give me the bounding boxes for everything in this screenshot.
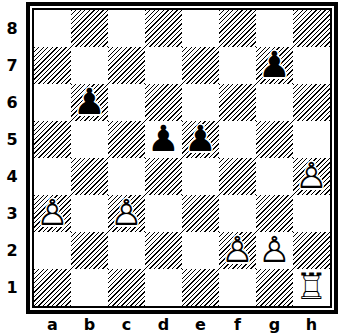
square-d7 [145,47,182,84]
square-b6: ♟ [71,84,108,121]
square-f6 [219,84,256,121]
file-label-d: d [145,313,182,335]
square-e8 [182,10,219,47]
square-a6 [34,84,71,121]
rank-label-2: 2 [0,232,24,269]
square-d6 [145,84,182,121]
square-h5 [293,121,330,158]
board-grid: ♟♟♟♟♟♙♟♙♟♙♟♙♟♙♜♖ [32,8,332,308]
square-c7 [108,47,145,84]
square-c6 [108,84,145,121]
square-c2 [108,232,145,269]
rank-label-5: 5 [0,121,24,158]
square-h8 [293,10,330,47]
square-c4 [108,158,145,195]
white-pawn-fill-h4: ♟ [295,158,327,194]
rank-label-4: 4 [0,158,24,195]
square-h4: ♟♙ [293,158,330,195]
square-h3 [293,195,330,232]
white-pawn-c3: ♙ [110,195,142,231]
square-h6 [293,84,330,121]
file-label-f: f [219,313,256,335]
white-pawn-fill-a3: ♟ [36,195,68,231]
square-a5 [34,121,71,158]
square-b8 [71,10,108,47]
file-label-b: b [71,313,108,335]
square-d8 [145,10,182,47]
square-b1 [71,269,108,306]
white-pawn-fill-f2: ♟ [221,232,253,268]
square-g3 [256,195,293,232]
file-label-e: e [182,313,219,335]
white-pawn-h4: ♙ [295,158,327,194]
rank-labels: 87654321 [0,10,24,306]
square-c1 [108,269,145,306]
square-a7 [34,47,71,84]
chess-diagram: 87654321 ♟♟♟♟♟♙♟♙♟♙♟♙♟♙♜♖ abcdefgh [0,0,347,336]
square-h7 [293,47,330,84]
square-b3 [71,195,108,232]
white-rook-fill-h1: ♜ [295,269,327,305]
square-c8 [108,10,145,47]
square-d5: ♟ [145,121,182,158]
rank-label-7: 7 [0,47,24,84]
square-f2: ♟♙ [219,232,256,269]
white-rook-h1: ♖ [295,269,327,305]
file-labels: abcdefgh [34,313,330,335]
square-g1 [256,269,293,306]
square-e6 [182,84,219,121]
black-pawn-g7: ♟ [258,47,290,83]
square-e4 [182,158,219,195]
square-a8 [34,10,71,47]
square-b7 [71,47,108,84]
square-f7 [219,47,256,84]
square-c5 [108,121,145,158]
square-d4 [145,158,182,195]
white-pawn-g2: ♙ [258,232,290,268]
square-d2 [145,232,182,269]
white-pawn-fill-g2: ♟ [258,232,290,268]
square-b5 [71,121,108,158]
square-g8 [256,10,293,47]
file-label-c: c [108,313,145,335]
white-pawn-fill-c3: ♟ [110,195,142,231]
rank-label-6: 6 [0,84,24,121]
file-label-a: a [34,313,71,335]
black-pawn-e5: ♟ [184,121,216,157]
square-g4 [256,158,293,195]
square-f3 [219,195,256,232]
square-g6 [256,84,293,121]
square-b2 [71,232,108,269]
square-a3: ♟♙ [34,195,71,232]
white-pawn-f2: ♙ [221,232,253,268]
square-g5 [256,121,293,158]
square-h1: ♜♖ [293,269,330,306]
black-pawn-b6: ♟ [73,84,105,120]
black-pawn-d5: ♟ [147,121,179,157]
rank-label-8: 8 [0,10,24,47]
square-e3 [182,195,219,232]
square-d1 [145,269,182,306]
square-f5 [219,121,256,158]
square-h2 [293,232,330,269]
square-e7 [182,47,219,84]
rank-label-3: 3 [0,195,24,232]
square-a1 [34,269,71,306]
square-g2: ♟♙ [256,232,293,269]
square-f4 [219,158,256,195]
square-d3 [145,195,182,232]
square-a2 [34,232,71,269]
square-f1 [219,269,256,306]
square-g7: ♟ [256,47,293,84]
file-label-g: g [256,313,293,335]
file-label-h: h [293,313,330,335]
white-pawn-a3: ♙ [36,195,68,231]
square-e2 [182,232,219,269]
square-e5: ♟ [182,121,219,158]
square-a4 [34,158,71,195]
chess-board: ♟♟♟♟♟♙♟♙♟♙♟♙♟♙♜♖ [26,2,338,314]
square-f8 [219,10,256,47]
square-c3: ♟♙ [108,195,145,232]
square-e1 [182,269,219,306]
square-b4 [71,158,108,195]
rank-label-1: 1 [0,269,24,306]
